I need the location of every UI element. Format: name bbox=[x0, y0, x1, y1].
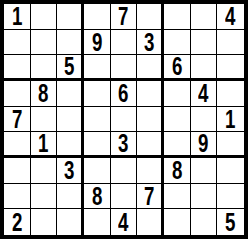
cell-r3c3[interactable]: 5 bbox=[57, 55, 84, 81]
cell-r2c2[interactable] bbox=[31, 30, 58, 56]
given-digit: 3 bbox=[64, 158, 74, 184]
cell-r9c6[interactable] bbox=[137, 209, 164, 235]
given-digit: 7 bbox=[118, 4, 128, 30]
given-digit: 8 bbox=[92, 184, 102, 210]
given-digit: 5 bbox=[225, 209, 235, 235]
given-digit: 8 bbox=[172, 158, 182, 184]
cell-r2c8[interactable] bbox=[191, 30, 218, 56]
cell-r3c7[interactable]: 6 bbox=[164, 55, 191, 81]
cell-r5c9[interactable]: 1 bbox=[217, 107, 244, 133]
cell-r1c8[interactable] bbox=[191, 4, 218, 30]
cell-r4c3[interactable] bbox=[57, 81, 84, 107]
given-digit: 5 bbox=[64, 55, 74, 80]
cell-r6c2[interactable]: 1 bbox=[31, 132, 58, 158]
cell-r7c4[interactable] bbox=[84, 158, 111, 184]
sudoku-board: 1749356864711393887245 bbox=[0, 0, 248, 239]
cell-r6c4[interactable] bbox=[84, 132, 111, 158]
given-digit: 4 bbox=[198, 81, 208, 107]
given-digit: 3 bbox=[118, 132, 128, 157]
given-digit: 9 bbox=[198, 132, 208, 157]
cell-r6c9[interactable] bbox=[217, 132, 244, 158]
cell-r6c8[interactable]: 9 bbox=[191, 132, 218, 158]
given-digit: 1 bbox=[12, 4, 22, 30]
cell-r5c1[interactable]: 7 bbox=[4, 107, 31, 133]
cell-r2c4[interactable]: 9 bbox=[84, 30, 111, 56]
cell-r6c1[interactable] bbox=[4, 132, 31, 158]
cell-r1c3[interactable] bbox=[57, 4, 84, 30]
cell-r9c5[interactable]: 4 bbox=[111, 209, 138, 235]
cell-r7c8[interactable] bbox=[191, 158, 218, 184]
cell-r8c7[interactable] bbox=[164, 184, 191, 210]
cell-r7c7[interactable]: 8 bbox=[164, 158, 191, 184]
cell-r2c9[interactable] bbox=[217, 30, 244, 56]
cell-r1c7[interactable] bbox=[164, 4, 191, 30]
cell-r8c9[interactable] bbox=[217, 184, 244, 210]
cell-r5c5[interactable] bbox=[111, 107, 138, 133]
given-digit: 8 bbox=[38, 81, 48, 107]
cell-r8c2[interactable] bbox=[31, 184, 58, 210]
cell-r5c7[interactable] bbox=[164, 107, 191, 133]
cell-r9c1[interactable]: 2 bbox=[4, 209, 31, 235]
cell-r2c7[interactable] bbox=[164, 30, 191, 56]
cell-r6c7[interactable] bbox=[164, 132, 191, 158]
cell-r3c2[interactable] bbox=[31, 55, 58, 81]
cell-r6c3[interactable] bbox=[57, 132, 84, 158]
cell-r3c4[interactable] bbox=[84, 55, 111, 81]
cell-r8c1[interactable] bbox=[4, 184, 31, 210]
given-digit: 9 bbox=[92, 30, 102, 56]
given-digit: 1 bbox=[38, 132, 48, 157]
cell-r4c5[interactable]: 6 bbox=[111, 81, 138, 107]
cell-r5c8[interactable] bbox=[191, 107, 218, 133]
cell-r6c6[interactable] bbox=[137, 132, 164, 158]
cell-r1c9[interactable]: 4 bbox=[217, 4, 244, 30]
given-digit: 4 bbox=[225, 4, 235, 30]
cell-r4c8[interactable]: 4 bbox=[191, 81, 218, 107]
cell-r1c2[interactable] bbox=[31, 4, 58, 30]
cell-r7c1[interactable] bbox=[4, 158, 31, 184]
cell-r2c1[interactable] bbox=[4, 30, 31, 56]
cell-r4c2[interactable]: 8 bbox=[31, 81, 58, 107]
cell-r8c4[interactable]: 8 bbox=[84, 184, 111, 210]
cell-r7c2[interactable] bbox=[31, 158, 58, 184]
cell-r5c3[interactable] bbox=[57, 107, 84, 133]
cell-r9c9[interactable]: 5 bbox=[217, 209, 244, 235]
cell-r4c9[interactable] bbox=[217, 81, 244, 107]
cell-r6c5[interactable]: 3 bbox=[111, 132, 138, 158]
cell-r4c1[interactable] bbox=[4, 81, 31, 107]
cell-r5c6[interactable] bbox=[137, 107, 164, 133]
cell-r3c9[interactable] bbox=[217, 55, 244, 81]
cell-r3c5[interactable] bbox=[111, 55, 138, 81]
cell-r8c3[interactable] bbox=[57, 184, 84, 210]
given-digit: 6 bbox=[172, 55, 182, 80]
given-digit: 7 bbox=[144, 184, 154, 210]
cell-r2c6[interactable]: 3 bbox=[137, 30, 164, 56]
cell-r9c4[interactable] bbox=[84, 209, 111, 235]
given-digit: 6 bbox=[118, 81, 128, 107]
cell-r1c1[interactable]: 1 bbox=[4, 4, 31, 30]
cell-r5c4[interactable] bbox=[84, 107, 111, 133]
cell-r9c8[interactable] bbox=[191, 209, 218, 235]
cell-r3c8[interactable] bbox=[191, 55, 218, 81]
cell-r3c6[interactable] bbox=[137, 55, 164, 81]
cell-r2c5[interactable] bbox=[111, 30, 138, 56]
given-digit: 4 bbox=[118, 209, 128, 235]
cell-r1c5[interactable]: 7 bbox=[111, 4, 138, 30]
cell-r8c5[interactable] bbox=[111, 184, 138, 210]
cell-r8c8[interactable] bbox=[191, 184, 218, 210]
cell-r4c6[interactable] bbox=[137, 81, 164, 107]
given-digit: 3 bbox=[144, 30, 154, 56]
cell-r2c3[interactable] bbox=[57, 30, 84, 56]
cell-r3c1[interactable] bbox=[4, 55, 31, 81]
cell-r4c4[interactable] bbox=[84, 81, 111, 107]
cell-r9c3[interactable] bbox=[57, 209, 84, 235]
given-digit: 7 bbox=[12, 107, 22, 133]
cell-r1c4[interactable] bbox=[84, 4, 111, 30]
cell-r1c6[interactable] bbox=[137, 4, 164, 30]
cell-r7c6[interactable] bbox=[137, 158, 164, 184]
cell-r7c3[interactable]: 3 bbox=[57, 158, 84, 184]
cell-r7c9[interactable] bbox=[217, 158, 244, 184]
cell-r4c7[interactable] bbox=[164, 81, 191, 107]
given-digit: 2 bbox=[12, 209, 22, 235]
cell-r8c6[interactable]: 7 bbox=[137, 184, 164, 210]
cell-r9c2[interactable] bbox=[31, 209, 58, 235]
sudoku-page: 1749356864711393887245 bbox=[0, 0, 248, 241]
given-digit: 1 bbox=[225, 107, 235, 133]
cell-r5c2[interactable] bbox=[31, 107, 58, 133]
cell-r9c7[interactable] bbox=[164, 209, 191, 235]
cell-r7c5[interactable] bbox=[111, 158, 138, 184]
